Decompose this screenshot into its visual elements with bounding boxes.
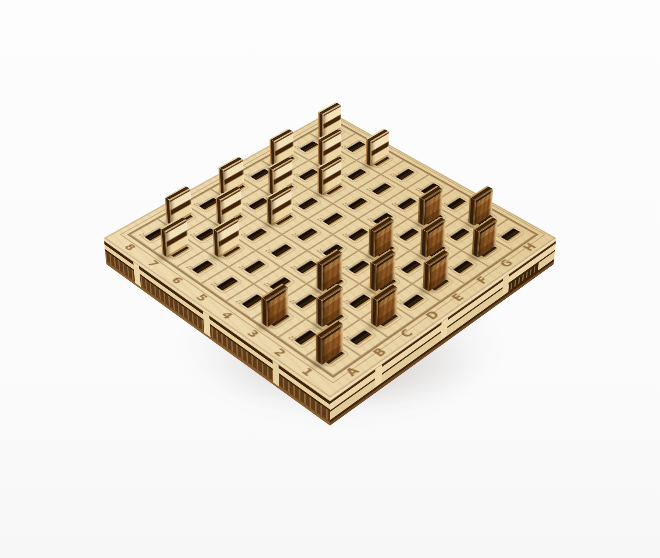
square-c5 — [256, 234, 307, 266]
piece-side — [315, 334, 321, 365]
engraved-dots — [417, 218, 420, 220]
engraved-dots — [291, 234, 294, 236]
piece-slot — [421, 183, 441, 195]
engraved-dots — [219, 188, 222, 190]
piece-slot — [447, 198, 467, 211]
piece-slot — [501, 228, 521, 241]
piece-slot — [274, 183, 295, 195]
piece-slot — [298, 198, 319, 211]
piece-slot — [295, 330, 318, 346]
piece-slot — [323, 183, 343, 195]
engraved-dots — [318, 133, 321, 134]
engraved-dots — [317, 160, 320, 162]
piece-slot — [271, 244, 293, 258]
piece-slot — [324, 128, 343, 139]
piece-slot — [244, 260, 266, 274]
piece-slot — [371, 155, 391, 167]
piece-slot — [450, 228, 471, 241]
engraved-dots — [341, 174, 344, 176]
engraved-dots — [317, 218, 320, 220]
engraved-dots — [365, 160, 368, 162]
piece-slot — [199, 198, 220, 211]
engraved-dots — [238, 266, 241, 268]
piece-slot — [323, 155, 343, 167]
piece-slot — [299, 169, 319, 181]
engraved-dots — [294, 146, 297, 148]
product-photo-stage: 87654321 ABCDEFGH — [0, 0, 660, 558]
piece-slot — [323, 213, 344, 226]
engraved-dots — [342, 234, 345, 236]
piece-slot — [247, 228, 268, 241]
piece-slot — [399, 228, 420, 241]
engraved-dots — [245, 174, 248, 176]
square-b5 — [229, 250, 281, 283]
piece-slot — [300, 141, 320, 152]
piece-slot — [217, 277, 239, 291]
engraved-dots — [166, 218, 169, 220]
piece-slot — [297, 260, 319, 274]
engraved-dots — [390, 174, 393, 176]
engraved-dots — [366, 188, 369, 190]
engraved-dots — [263, 283, 266, 285]
piece-slot — [401, 260, 422, 274]
piece-slot — [396, 169, 416, 181]
piece-slot — [348, 198, 369, 211]
engraved-dots — [343, 301, 346, 303]
engraved-dots — [292, 203, 295, 205]
engraved-dots — [240, 234, 243, 236]
piece-slot — [225, 183, 246, 195]
engraved-dots — [415, 188, 418, 190]
engraved-dots — [217, 218, 220, 220]
piece-slot — [348, 228, 369, 241]
piece-slot — [397, 198, 417, 211]
engraved-dots — [186, 266, 189, 268]
piece-slot — [403, 294, 425, 309]
engraved-dots — [441, 203, 444, 205]
engraved-dots — [268, 188, 271, 190]
piece-slot — [192, 260, 214, 274]
engraved-dots — [235, 301, 238, 303]
piece-slot — [297, 228, 318, 241]
engraved-dots — [267, 218, 270, 220]
engraved-dots — [190, 234, 193, 236]
piece-slot — [349, 260, 371, 274]
piece-slot — [347, 169, 367, 181]
checkers-board: 87654321 ABCDEFGH — [104, 112, 557, 399]
engraved-dots — [193, 203, 196, 205]
piece-slot — [273, 213, 294, 226]
piece-slot — [249, 198, 270, 211]
piece-slot — [453, 260, 474, 274]
piece-slot — [372, 183, 392, 195]
engraved-dots — [317, 188, 320, 190]
piece-slot — [349, 294, 371, 309]
piece-slot — [276, 155, 296, 167]
engraved-dots — [289, 301, 292, 303]
piece-slot — [251, 169, 271, 181]
engraved-dots — [243, 203, 246, 205]
engraved-dots — [367, 218, 370, 220]
engraved-dots — [210, 283, 213, 285]
engraved-dots — [290, 266, 293, 268]
engraved-dots — [342, 203, 345, 205]
engraved-dots — [342, 266, 345, 268]
piece-side — [316, 262, 322, 292]
engraved-dots — [343, 337, 346, 339]
piece-slot — [350, 330, 373, 346]
engraved-dots — [391, 203, 394, 205]
engraved-dots — [293, 174, 296, 176]
scene-3d: 87654321 ABCDEFGH — [0, 0, 660, 558]
engraved-dots — [270, 160, 273, 162]
engraved-dots — [316, 250, 319, 252]
engraved-dots — [288, 337, 291, 339]
piece-slot — [347, 141, 367, 152]
engraved-dots — [467, 218, 470, 220]
engraved-dots — [341, 146, 344, 148]
piece-side — [316, 297, 322, 327]
engraved-dots — [265, 250, 268, 252]
